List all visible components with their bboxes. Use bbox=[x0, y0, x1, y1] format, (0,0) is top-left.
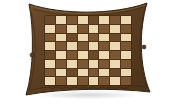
board-square[interactable] bbox=[89, 69, 99, 77]
board-square[interactable] bbox=[99, 77, 109, 85]
board-square[interactable] bbox=[45, 60, 55, 68]
board-square[interactable] bbox=[121, 51, 131, 59]
board-square[interactable] bbox=[89, 60, 99, 68]
board-square[interactable] bbox=[99, 51, 109, 59]
board-square[interactable] bbox=[110, 60, 120, 68]
board-square[interactable] bbox=[56, 77, 66, 85]
board-square[interactable] bbox=[67, 25, 77, 33]
board-square[interactable] bbox=[121, 60, 131, 68]
board-square[interactable] bbox=[78, 42, 88, 50]
board-square[interactable] bbox=[78, 34, 88, 42]
board-square[interactable] bbox=[121, 77, 131, 85]
side-knob-right bbox=[142, 45, 146, 49]
board-square[interactable] bbox=[78, 51, 88, 59]
board-square[interactable] bbox=[110, 51, 120, 59]
board-square[interactable] bbox=[110, 34, 120, 42]
chess-board bbox=[45, 16, 131, 85]
board-square[interactable] bbox=[56, 25, 66, 33]
board-square[interactable] bbox=[67, 69, 77, 77]
board-square[interactable] bbox=[56, 60, 66, 68]
board-square[interactable] bbox=[99, 16, 109, 24]
board-square[interactable] bbox=[45, 51, 55, 59]
board-square[interactable] bbox=[45, 34, 55, 42]
board-square[interactable] bbox=[89, 77, 99, 85]
board-square[interactable] bbox=[89, 16, 99, 24]
board-square[interactable] bbox=[45, 25, 55, 33]
board-square[interactable] bbox=[67, 16, 77, 24]
board-square[interactable] bbox=[67, 34, 77, 42]
board-square[interactable] bbox=[78, 77, 88, 85]
board-square[interactable] bbox=[45, 42, 55, 50]
board-square[interactable] bbox=[56, 69, 66, 77]
board-square[interactable] bbox=[121, 25, 131, 33]
board-square[interactable] bbox=[67, 51, 77, 59]
board-square[interactable] bbox=[56, 51, 66, 59]
board-square[interactable] bbox=[121, 16, 131, 24]
board-square[interactable] bbox=[110, 77, 120, 85]
board-square[interactable] bbox=[67, 60, 77, 68]
board-square[interactable] bbox=[78, 69, 88, 77]
board-square[interactable] bbox=[45, 16, 55, 24]
board-square[interactable] bbox=[99, 42, 109, 50]
board-square[interactable] bbox=[121, 42, 131, 50]
side-knob-left bbox=[30, 53, 34, 57]
board-square[interactable] bbox=[45, 77, 55, 85]
board-square[interactable] bbox=[110, 42, 120, 50]
board-square[interactable] bbox=[110, 16, 120, 24]
board-square[interactable] bbox=[56, 42, 66, 50]
board-square[interactable] bbox=[89, 34, 99, 42]
board-square[interactable] bbox=[89, 51, 99, 59]
board-square[interactable] bbox=[45, 69, 55, 77]
board-square[interactable] bbox=[56, 34, 66, 42]
board-square[interactable] bbox=[121, 69, 131, 77]
board-square[interactable] bbox=[99, 34, 109, 42]
board-square[interactable] bbox=[121, 34, 131, 42]
board-square[interactable] bbox=[78, 60, 88, 68]
board-square[interactable] bbox=[56, 16, 66, 24]
board-square[interactable] bbox=[78, 25, 88, 33]
board-square[interactable] bbox=[99, 60, 109, 68]
photo-scene bbox=[0, 0, 175, 105]
board-square[interactable] bbox=[89, 42, 99, 50]
board-square[interactable] bbox=[99, 69, 109, 77]
board-square[interactable] bbox=[67, 42, 77, 50]
board-square[interactable] bbox=[89, 25, 99, 33]
board-square[interactable] bbox=[110, 25, 120, 33]
board-square[interactable] bbox=[99, 25, 109, 33]
board-square[interactable] bbox=[67, 77, 77, 85]
board-square[interactable] bbox=[78, 16, 88, 24]
board-square[interactable] bbox=[110, 69, 120, 77]
